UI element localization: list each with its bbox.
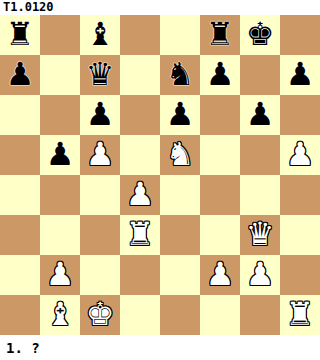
square-h8[interactable]	[280, 15, 320, 55]
square-c2[interactable]	[80, 255, 120, 295]
square-d6[interactable]	[120, 95, 160, 135]
square-c5[interactable]: ♟	[80, 135, 120, 175]
white-rook[interactable]: ♜	[286, 298, 315, 330]
square-g7[interactable]	[240, 55, 280, 95]
black-pawn[interactable]: ♟	[86, 98, 115, 130]
square-e3[interactable]	[160, 215, 200, 255]
square-g1[interactable]	[240, 295, 280, 335]
square-b2[interactable]: ♟	[40, 255, 80, 295]
black-queen[interactable]: ♛	[86, 58, 115, 90]
square-b8[interactable]	[40, 15, 80, 55]
black-pawn[interactable]: ♟	[46, 138, 75, 170]
square-b6[interactable]	[40, 95, 80, 135]
white-pawn[interactable]: ♟	[286, 138, 315, 170]
square-e2[interactable]	[160, 255, 200, 295]
square-a7[interactable]: ♟	[0, 55, 40, 95]
move-prompt: 1. ?	[0, 335, 320, 360]
square-d4[interactable]: ♟	[120, 175, 160, 215]
white-knight[interactable]: ♞	[166, 138, 195, 170]
white-queen[interactable]: ♛	[246, 218, 275, 250]
white-pawn[interactable]: ♟	[126, 178, 155, 210]
square-b1[interactable]: ♝	[40, 295, 80, 335]
square-h1[interactable]: ♜	[280, 295, 320, 335]
square-c7[interactable]: ♛	[80, 55, 120, 95]
square-c1[interactable]: ♚	[80, 295, 120, 335]
square-h6[interactable]	[280, 95, 320, 135]
black-pawn[interactable]: ♟	[6, 58, 35, 90]
white-rook[interactable]: ♜	[126, 218, 155, 250]
white-bishop[interactable]: ♝	[46, 298, 75, 330]
square-h7[interactable]: ♟	[280, 55, 320, 95]
square-e4[interactable]	[160, 175, 200, 215]
square-d1[interactable]	[120, 295, 160, 335]
square-a8[interactable]: ♜	[0, 15, 40, 55]
square-f3[interactable]	[200, 215, 240, 255]
square-f2[interactable]: ♟	[200, 255, 240, 295]
black-bishop[interactable]: ♝	[86, 18, 115, 50]
square-g5[interactable]	[240, 135, 280, 175]
square-d5[interactable]	[120, 135, 160, 175]
square-f1[interactable]	[200, 295, 240, 335]
square-e1[interactable]	[160, 295, 200, 335]
square-f6[interactable]	[200, 95, 240, 135]
square-f7[interactable]: ♟	[200, 55, 240, 95]
square-d7[interactable]	[120, 55, 160, 95]
white-king[interactable]: ♚	[86, 298, 115, 330]
black-pawn[interactable]: ♟	[246, 98, 275, 130]
square-g4[interactable]	[240, 175, 280, 215]
black-pawn[interactable]: ♟	[286, 58, 315, 90]
black-rook[interactable]: ♜	[206, 18, 235, 50]
square-e7[interactable]: ♞	[160, 55, 200, 95]
square-a3[interactable]	[0, 215, 40, 255]
black-rook[interactable]: ♜	[6, 18, 35, 50]
square-a4[interactable]	[0, 175, 40, 215]
black-pawn[interactable]: ♟	[206, 58, 235, 90]
square-d2[interactable]	[120, 255, 160, 295]
chess-board: ♜♝♜♚♟♛♞♟♟♟♟♟♟♟♞♟♟♜♛♟♟♟♝♚♜	[0, 15, 320, 335]
square-a5[interactable]	[0, 135, 40, 175]
square-c3[interactable]	[80, 215, 120, 255]
square-d8[interactable]	[120, 15, 160, 55]
square-g3[interactable]: ♛	[240, 215, 280, 255]
square-f8[interactable]: ♜	[200, 15, 240, 55]
square-h4[interactable]	[280, 175, 320, 215]
square-b3[interactable]	[40, 215, 80, 255]
white-pawn[interactable]: ♟	[246, 258, 275, 290]
square-e5[interactable]: ♞	[160, 135, 200, 175]
square-f5[interactable]	[200, 135, 240, 175]
black-pawn[interactable]: ♟	[166, 98, 195, 130]
square-e8[interactable]	[160, 15, 200, 55]
square-h5[interactable]: ♟	[280, 135, 320, 175]
black-king[interactable]: ♚	[246, 18, 275, 50]
square-e6[interactable]: ♟	[160, 95, 200, 135]
square-f4[interactable]	[200, 175, 240, 215]
black-knight[interactable]: ♞	[166, 58, 195, 90]
white-pawn[interactable]: ♟	[46, 258, 75, 290]
square-c4[interactable]	[80, 175, 120, 215]
puzzle-id: T1.0120	[0, 0, 320, 15]
square-b7[interactable]	[40, 55, 80, 95]
white-pawn[interactable]: ♟	[86, 138, 115, 170]
square-c6[interactable]: ♟	[80, 95, 120, 135]
square-d3[interactable]: ♜	[120, 215, 160, 255]
square-b4[interactable]	[40, 175, 80, 215]
square-a1[interactable]	[0, 295, 40, 335]
square-c8[interactable]: ♝	[80, 15, 120, 55]
square-h2[interactable]	[280, 255, 320, 295]
square-g6[interactable]: ♟	[240, 95, 280, 135]
square-b5[interactable]: ♟	[40, 135, 80, 175]
square-h3[interactable]	[280, 215, 320, 255]
square-g8[interactable]: ♚	[240, 15, 280, 55]
square-g2[interactable]: ♟	[240, 255, 280, 295]
square-a6[interactable]	[0, 95, 40, 135]
square-a2[interactable]	[0, 255, 40, 295]
white-pawn[interactable]: ♟	[206, 258, 235, 290]
